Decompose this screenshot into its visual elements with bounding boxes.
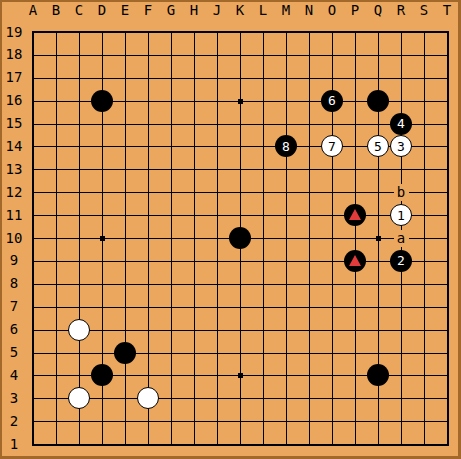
column-label-C: C bbox=[68, 2, 90, 19]
stone-number-label: 1 bbox=[397, 209, 405, 222]
column-label-T: T bbox=[436, 2, 458, 19]
stone-black-R15[interactable]: 4 bbox=[390, 113, 412, 135]
column-label-Q: Q bbox=[367, 2, 389, 19]
stone-number-label: 7 bbox=[328, 140, 336, 153]
row-label-16: 16 bbox=[1, 92, 27, 109]
row-label-7: 7 bbox=[1, 298, 27, 315]
row-label-10: 10 bbox=[1, 230, 27, 247]
star-point-K4 bbox=[238, 373, 243, 378]
row-label-2: 2 bbox=[1, 413, 27, 430]
column-label-G: G bbox=[160, 2, 182, 19]
stone-number-label: 5 bbox=[374, 140, 382, 153]
column-label-F: F bbox=[137, 2, 159, 19]
column-label-R: R bbox=[390, 2, 412, 19]
column-label-D: D bbox=[91, 2, 113, 19]
column-label-H: H bbox=[183, 2, 205, 19]
stone-white-R11[interactable]: 1 bbox=[390, 204, 412, 226]
row-label-11: 11 bbox=[1, 207, 27, 224]
point-label-b[interactable]: b bbox=[394, 184, 409, 201]
stone-number-label: 2 bbox=[397, 254, 405, 267]
row-label-14: 14 bbox=[1, 138, 27, 155]
stone-number-label: 8 bbox=[282, 140, 290, 153]
column-label-L: L bbox=[252, 2, 274, 19]
stone-black-R9[interactable]: 2 bbox=[390, 250, 412, 272]
column-label-A: A bbox=[22, 2, 44, 19]
row-label-19: 19 bbox=[1, 24, 27, 41]
row-label-8: 8 bbox=[1, 275, 27, 292]
row-label-5: 5 bbox=[1, 344, 27, 361]
row-label-3: 3 bbox=[1, 390, 27, 407]
row-label-1: 1 bbox=[1, 436, 27, 453]
column-label-O: O bbox=[321, 2, 343, 19]
row-label-15: 15 bbox=[1, 115, 27, 132]
stone-black-K10[interactable] bbox=[229, 227, 251, 249]
point-label-a[interactable]: a bbox=[394, 230, 409, 247]
stone-black-O16[interactable]: 6 bbox=[321, 90, 343, 112]
column-label-J: J bbox=[206, 2, 228, 19]
row-label-18: 18 bbox=[1, 46, 27, 63]
column-label-K: K bbox=[229, 2, 251, 19]
star-point-K16 bbox=[238, 99, 243, 104]
row-label-6: 6 bbox=[1, 321, 27, 338]
column-label-E: E bbox=[114, 2, 136, 19]
row-label-12: 12 bbox=[1, 184, 27, 201]
stone-white-C6[interactable] bbox=[68, 319, 90, 341]
triangle-mark-icon bbox=[349, 209, 361, 220]
stone-number-label: 3 bbox=[397, 140, 405, 153]
stone-number-label: 4 bbox=[397, 117, 405, 130]
row-label-4: 4 bbox=[1, 367, 27, 384]
column-label-M: M bbox=[275, 2, 297, 19]
stone-black-Q16[interactable] bbox=[367, 90, 389, 112]
column-label-P: P bbox=[344, 2, 366, 19]
triangle-mark-icon bbox=[349, 255, 361, 266]
column-label-N: N bbox=[298, 2, 320, 19]
star-point-D10 bbox=[100, 236, 105, 241]
column-label-B: B bbox=[45, 2, 67, 19]
stone-black-D16[interactable] bbox=[91, 90, 113, 112]
row-label-9: 9 bbox=[1, 252, 27, 269]
star-point-Q10 bbox=[376, 236, 381, 241]
stone-number-label: 6 bbox=[328, 94, 336, 107]
row-label-17: 17 bbox=[1, 69, 27, 86]
stone-black-P9[interactable] bbox=[344, 250, 366, 272]
stone-black-E5[interactable] bbox=[114, 342, 136, 364]
go-board-diagram: ABCDEFGHJKLMNOPQRST 19181716151413121110… bbox=[0, 0, 461, 459]
row-label-13: 13 bbox=[1, 161, 27, 178]
column-label-S: S bbox=[413, 2, 435, 19]
stone-black-P11[interactable] bbox=[344, 204, 366, 226]
